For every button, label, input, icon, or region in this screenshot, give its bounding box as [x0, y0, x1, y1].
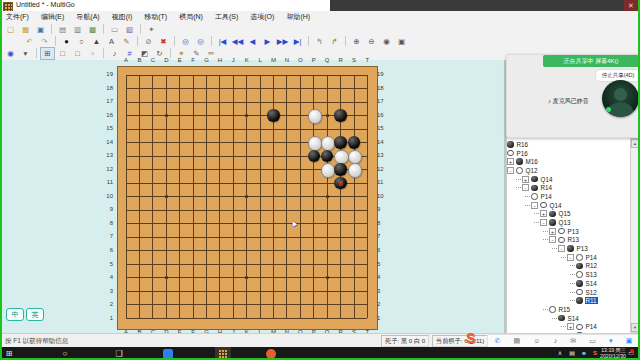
intersection-H6[interactable]	[213, 244, 226, 258]
intersection-H12[interactable]	[213, 163, 226, 177]
emoji-icon[interactable]: ☺	[533, 336, 540, 346]
intersection-E18[interactable]	[173, 82, 186, 96]
intersection-T19[interactable]	[361, 68, 374, 82]
intersection-A16[interactable]	[119, 109, 132, 123]
intersection-S1[interactable]	[347, 312, 360, 326]
intersection-A15[interactable]	[119, 122, 132, 136]
intersection-D17[interactable]	[160, 95, 173, 109]
intersection-L6[interactable]	[253, 244, 266, 258]
tree-node-P13[interactable]: -P13	[507, 244, 629, 253]
intersection-T8[interactable]	[361, 217, 374, 231]
intersection-M19[interactable]	[267, 68, 280, 82]
intersection-Q5[interactable]	[320, 258, 333, 272]
next-variation-icon[interactable]: ↱	[327, 35, 342, 48]
intersection-G12[interactable]	[200, 163, 213, 177]
intersection-D8[interactable]	[160, 217, 173, 231]
intersection-B2[interactable]	[133, 298, 146, 312]
intersection-J3[interactable]	[227, 285, 240, 299]
intersection-F7[interactable]	[186, 230, 199, 244]
intersection-D1[interactable]	[160, 312, 173, 326]
intersection-D14[interactable]	[160, 136, 173, 150]
collapse-icon[interactable]: -	[531, 202, 538, 209]
intersection-Q16[interactable]	[320, 109, 333, 123]
intersection-N11[interactable]	[280, 176, 293, 190]
intersection-J7[interactable]	[227, 230, 240, 244]
more-icon[interactable]: ▾	[609, 336, 613, 346]
intersection-T4[interactable]	[361, 271, 374, 285]
intersection-H15[interactable]	[213, 122, 226, 136]
intersection-C1[interactable]	[146, 312, 159, 326]
intersection-Q2[interactable]	[320, 298, 333, 312]
intersection-T6[interactable]	[361, 244, 374, 258]
menu-item-1[interactable]: 文件(F)	[0, 12, 35, 22]
intersection-G10[interactable]	[200, 190, 213, 204]
intersection-O16[interactable]	[294, 109, 307, 123]
intersection-M2[interactable]	[267, 298, 280, 312]
close-icon[interactable]: ✕	[624, 0, 638, 11]
intersection-T11[interactable]	[361, 176, 374, 190]
menu-item-2[interactable]: 编辑(E)	[35, 12, 70, 22]
intersection-L2[interactable]	[253, 298, 266, 312]
intersection-A18[interactable]	[119, 82, 132, 96]
intersection-E1[interactable]	[173, 312, 186, 326]
intersection-K12[interactable]	[240, 163, 253, 177]
intersection-L14[interactable]	[253, 136, 266, 150]
intersection-F10[interactable]	[186, 190, 199, 204]
intersection-B16[interactable]	[133, 109, 146, 123]
intersection-D5[interactable]	[160, 258, 173, 272]
intersection-B17[interactable]	[133, 95, 146, 109]
intersection-A12[interactable]	[119, 163, 132, 177]
tree-node-Q14[interactable]: +Q14	[507, 175, 629, 184]
intersection-C13[interactable]	[146, 149, 159, 163]
intersection-H10[interactable]	[213, 190, 226, 204]
intersection-D12[interactable]	[160, 163, 173, 177]
intersection-J6[interactable]	[227, 244, 240, 258]
intersection-C19[interactable]	[146, 68, 159, 82]
intersection-F13[interactable]	[186, 149, 199, 163]
intersection-K3[interactable]	[240, 285, 253, 299]
tree-node-P13[interactable]: +P13	[507, 227, 629, 236]
intersection-B15[interactable]	[133, 122, 146, 136]
intersection-C2[interactable]	[146, 298, 159, 312]
intersection-D9[interactable]	[160, 203, 173, 217]
intersection-D19[interactable]	[160, 68, 173, 82]
taskbar-app-meeting[interactable]	[163, 349, 173, 359]
intersection-M14[interactable]	[267, 136, 280, 150]
members-icon[interactable]: ▤	[514, 336, 521, 346]
intersection-Q13[interactable]	[320, 149, 333, 163]
tree-node-R16[interactable]: R16	[507, 140, 629, 149]
intersection-F5[interactable]	[186, 258, 199, 272]
intersection-K15[interactable]	[240, 122, 253, 136]
intersection-O19[interactable]	[294, 68, 307, 82]
intersection-G6[interactable]	[200, 244, 213, 258]
intersection-K16[interactable]	[240, 109, 253, 123]
intersection-F4[interactable]	[186, 271, 199, 285]
intersection-D2[interactable]	[160, 298, 173, 312]
intersection-A5[interactable]	[119, 258, 132, 272]
intersection-S18[interactable]	[347, 82, 360, 96]
intersection-R16[interactable]	[334, 109, 347, 123]
intersection-G13[interactable]	[200, 149, 213, 163]
intersection-G7[interactable]	[200, 230, 213, 244]
intersection-L3[interactable]	[253, 285, 266, 299]
tree-node-P14[interactable]: P14	[507, 192, 629, 201]
intersection-Q19[interactable]	[320, 68, 333, 82]
tree-node-R14[interactable]: -R14	[507, 183, 629, 192]
intersection-K4[interactable]	[240, 271, 253, 285]
intersection-P10[interactable]	[307, 190, 320, 204]
intersection-E16[interactable]	[173, 109, 186, 123]
intersection-J11[interactable]	[227, 176, 240, 190]
intersection-P3[interactable]	[307, 285, 320, 299]
intersection-P7[interactable]	[307, 230, 320, 244]
intersection-L17[interactable]	[253, 95, 266, 109]
intersection-S12[interactable]	[347, 163, 360, 177]
intersection-P12[interactable]	[307, 163, 320, 177]
menu-item-9[interactable]: 帮助(H)	[280, 12, 316, 22]
intersection-K9[interactable]	[240, 203, 253, 217]
intersection-O5[interactable]	[294, 258, 307, 272]
intersection-B4[interactable]	[133, 271, 146, 285]
intersection-B7[interactable]	[133, 230, 146, 244]
intersection-G19[interactable]	[200, 68, 213, 82]
intersection-A14[interactable]	[119, 136, 132, 150]
intersection-P5[interactable]	[307, 258, 320, 272]
intersection-G16[interactable]	[200, 109, 213, 123]
intersection-B12[interactable]	[133, 163, 146, 177]
intersection-H9[interactable]	[213, 203, 226, 217]
intersection-O13[interactable]	[294, 149, 307, 163]
find-move-icon[interactable]: ◉	[379, 35, 394, 48]
intersection-M8[interactable]	[267, 217, 280, 231]
menu-item-8[interactable]: 选项(O)	[244, 12, 280, 22]
intersection-Q10[interactable]	[320, 190, 333, 204]
intersection-S4[interactable]	[347, 271, 360, 285]
intersection-R1[interactable]	[334, 312, 347, 326]
intersection-K13[interactable]	[240, 149, 253, 163]
intersection-H11[interactable]	[213, 176, 226, 190]
intersection-L5[interactable]	[253, 258, 266, 272]
intersection-T18[interactable]	[361, 82, 374, 96]
intersection-O11[interactable]	[294, 176, 307, 190]
intersection-E4[interactable]	[173, 271, 186, 285]
intersection-R6[interactable]	[334, 244, 347, 258]
intersection-L1[interactable]	[253, 312, 266, 326]
intersection-B1[interactable]	[133, 312, 146, 326]
intersection-L4[interactable]	[253, 271, 266, 285]
intersection-M17[interactable]	[267, 95, 280, 109]
intersection-P15[interactable]	[307, 122, 320, 136]
intersection-L9[interactable]	[253, 203, 266, 217]
intersection-L15[interactable]	[253, 122, 266, 136]
intersection-N19[interactable]	[280, 68, 293, 82]
tree-node-P14[interactable]: +P14	[507, 322, 629, 331]
tree-node-R15[interactable]: R15	[507, 305, 629, 314]
intersection-E14[interactable]	[173, 136, 186, 150]
intersection-L19[interactable]	[253, 68, 266, 82]
intersection-J5[interactable]	[227, 258, 240, 272]
intersection-A9[interactable]	[119, 203, 132, 217]
phone-icon[interactable]: ✆	[495, 336, 501, 346]
intersection-J13[interactable]	[227, 149, 240, 163]
intersection-T17[interactable]	[361, 95, 374, 109]
intersection-R9[interactable]	[334, 203, 347, 217]
intersection-Q15[interactable]	[320, 122, 333, 136]
intersection-P16[interactable]	[307, 109, 320, 123]
intersection-E11[interactable]	[173, 176, 186, 190]
intersection-C10[interactable]	[146, 190, 159, 204]
intersection-K11[interactable]	[240, 176, 253, 190]
intersection-M1[interactable]	[267, 312, 280, 326]
intersection-C15[interactable]	[146, 122, 159, 136]
intersection-S14[interactable]	[347, 136, 360, 150]
expand-icon[interactable]: +	[507, 158, 514, 165]
intersection-F14[interactable]	[186, 136, 199, 150]
intersection-H17[interactable]	[213, 95, 226, 109]
intersection-M6[interactable]	[267, 244, 280, 258]
intersection-G3[interactable]	[200, 285, 213, 299]
intersection-P13[interactable]	[307, 149, 320, 163]
intersection-C11[interactable]	[146, 176, 159, 190]
intersection-C9[interactable]	[146, 203, 159, 217]
intersection-T9[interactable]	[361, 203, 374, 217]
intersection-G9[interactable]	[200, 203, 213, 217]
collapse-icon[interactable]: -	[540, 219, 547, 226]
collapse-icon[interactable]: -	[567, 254, 574, 261]
intersection-N10[interactable]	[280, 190, 293, 204]
intersection-J16[interactable]	[227, 109, 240, 123]
intersection-P14[interactable]	[307, 136, 320, 150]
intersection-K1[interactable]	[240, 312, 253, 326]
intersection-C16[interactable]	[146, 109, 159, 123]
intersection-A2[interactable]	[119, 298, 132, 312]
intersection-E8[interactable]	[173, 217, 186, 231]
intersection-A7[interactable]	[119, 230, 132, 244]
intersection-B5[interactable]	[133, 258, 146, 272]
intersection-P19[interactable]	[307, 68, 320, 82]
intersection-S7[interactable]	[347, 230, 360, 244]
intersection-S5[interactable]	[347, 258, 360, 272]
intersection-C4[interactable]	[146, 271, 159, 285]
intersection-O3[interactable]	[294, 285, 307, 299]
intersection-F15[interactable]	[186, 122, 199, 136]
intersection-N5[interactable]	[280, 258, 293, 272]
tree-node-Q12[interactable]: -Q12	[507, 166, 629, 175]
share-icon[interactable]: ▣	[626, 336, 633, 346]
intersection-M12[interactable]	[267, 163, 280, 177]
intersection-C5[interactable]	[146, 258, 159, 272]
intersection-E13[interactable]	[173, 149, 186, 163]
intersection-N15[interactable]	[280, 122, 293, 136]
intersection-Q7[interactable]	[320, 230, 333, 244]
tree-node-Q15[interactable]: +Q15	[507, 210, 629, 219]
intersection-J10[interactable]	[227, 190, 240, 204]
intersection-H8[interactable]	[213, 217, 226, 231]
intersection-N13[interactable]	[280, 149, 293, 163]
intersection-N14[interactable]	[280, 136, 293, 150]
intersection-S11[interactable]	[347, 176, 360, 190]
intersection-O17[interactable]	[294, 95, 307, 109]
intersection-A4[interactable]	[119, 271, 132, 285]
tree-node-P14[interactable]: -P14	[507, 253, 629, 262]
intersection-G15[interactable]	[200, 122, 213, 136]
intersection-G17[interactable]	[200, 95, 213, 109]
intersection-J2[interactable]	[227, 298, 240, 312]
tree-node-S14[interactable]: S14	[507, 314, 629, 323]
intersection-N1[interactable]	[280, 312, 293, 326]
intersection-P8[interactable]	[307, 217, 320, 231]
intersection-Q14[interactable]	[320, 136, 333, 150]
intersection-P2[interactable]	[307, 298, 320, 312]
intersection-Q9[interactable]	[320, 203, 333, 217]
intersection-Q6[interactable]	[320, 244, 333, 258]
sogou-ime-icon[interactable]: S	[466, 330, 475, 346]
intersection-A11[interactable]	[119, 176, 132, 190]
intersection-J4[interactable]	[227, 271, 240, 285]
intersection-T2[interactable]	[361, 298, 374, 312]
menu-item-5[interactable]: 移动(T)	[138, 12, 173, 22]
intersection-N18[interactable]	[280, 82, 293, 96]
intersection-O1[interactable]	[294, 312, 307, 326]
intersection-C17[interactable]	[146, 95, 159, 109]
intersection-O18[interactable]	[294, 82, 307, 96]
board-19x19-icon[interactable]: ⊞	[40, 47, 55, 60]
intersection-G4[interactable]	[200, 271, 213, 285]
intersection-E9[interactable]	[173, 203, 186, 217]
back-10-icon[interactable]: ◀◀	[230, 35, 245, 48]
intersection-K5[interactable]	[240, 258, 253, 272]
intersection-N17[interactable]	[280, 95, 293, 109]
intersection-D11[interactable]	[160, 176, 173, 190]
intersection-K14[interactable]	[240, 136, 253, 150]
intersection-A1[interactable]	[119, 312, 132, 326]
intersection-R15[interactable]	[334, 122, 347, 136]
intersection-E12[interactable]	[173, 163, 186, 177]
expand-icon[interactable]: +	[567, 323, 574, 330]
intersection-R18[interactable]	[334, 82, 347, 96]
board-13x13-icon[interactable]: □	[55, 47, 70, 60]
intersection-H13[interactable]	[213, 149, 226, 163]
intersection-R13[interactable]	[334, 149, 347, 163]
intersection-C6[interactable]	[146, 244, 159, 258]
intersection-A13[interactable]	[119, 149, 132, 163]
intersection-M5[interactable]	[267, 258, 280, 272]
intersection-S10[interactable]	[347, 190, 360, 204]
intersection-J19[interactable]	[227, 68, 240, 82]
intersection-O6[interactable]	[294, 244, 307, 258]
intersection-T12[interactable]	[361, 163, 374, 177]
intersection-J9[interactable]	[227, 203, 240, 217]
intersection-J12[interactable]	[227, 163, 240, 177]
intersection-D3[interactable]	[160, 285, 173, 299]
intersection-R4[interactable]	[334, 271, 347, 285]
intersection-K6[interactable]	[240, 244, 253, 258]
intersection-S19[interactable]	[347, 68, 360, 82]
intersection-G18[interactable]	[200, 82, 213, 96]
intersection-M18[interactable]	[267, 82, 280, 96]
intersection-B8[interactable]	[133, 217, 146, 231]
intersection-G8[interactable]	[200, 217, 213, 231]
intersection-M15[interactable]	[267, 122, 280, 136]
intersection-D13[interactable]	[160, 149, 173, 163]
intersection-D6[interactable]	[160, 244, 173, 258]
intersection-N2[interactable]	[280, 298, 293, 312]
intersection-O12[interactable]	[294, 163, 307, 177]
intersection-T7[interactable]	[361, 230, 374, 244]
prev-variation-icon[interactable]: ↰	[312, 35, 327, 48]
intersection-B13[interactable]	[133, 149, 146, 163]
taskbar-app-multigo[interactable]	[218, 349, 228, 359]
intersection-G5[interactable]	[200, 258, 213, 272]
intersection-Q3[interactable]	[320, 285, 333, 299]
intersection-J8[interactable]	[227, 217, 240, 231]
intersection-K8[interactable]	[240, 217, 253, 231]
intersection-S13[interactable]	[347, 149, 360, 163]
intersection-C7[interactable]	[146, 230, 159, 244]
intersection-B9[interactable]	[133, 203, 146, 217]
intersection-A8[interactable]	[119, 217, 132, 231]
intersection-H2[interactable]	[213, 298, 226, 312]
ime-pill-1[interactable]: 中	[6, 308, 24, 321]
tree-node-S12[interactable]: S12	[507, 288, 629, 297]
intersection-R12[interactable]	[334, 163, 347, 177]
intersection-K19[interactable]	[240, 68, 253, 82]
intersection-N4[interactable]	[280, 271, 293, 285]
intersection-E10[interactable]	[173, 190, 186, 204]
intersection-D7[interactable]	[160, 230, 173, 244]
intersection-N9[interactable]	[280, 203, 293, 217]
intersection-B3[interactable]	[133, 285, 146, 299]
background-window-titlebar[interactable]: 腾讯会议 — ▢	[330, 0, 640, 11]
intersection-H16[interactable]	[213, 109, 226, 123]
intersection-C12[interactable]	[146, 163, 159, 177]
intersection-T16[interactable]	[361, 109, 374, 123]
taskbar-app-orange[interactable]	[266, 349, 276, 359]
chat-icon[interactable]: ✉	[570, 336, 576, 346]
intersection-A6[interactable]	[119, 244, 132, 258]
intersection-H4[interactable]	[213, 271, 226, 285]
tree-node-R12[interactable]: R12	[507, 262, 629, 271]
intersection-E17[interactable]	[173, 95, 186, 109]
intersection-H7[interactable]	[213, 230, 226, 244]
go-to-end-icon[interactable]: ▶|	[290, 35, 305, 48]
intersection-C18[interactable]	[146, 82, 159, 96]
collapse-icon[interactable]: -	[522, 184, 529, 191]
intersection-O14[interactable]	[294, 136, 307, 150]
intersection-L7[interactable]	[253, 230, 266, 244]
intersection-N16[interactable]	[280, 109, 293, 123]
intersection-N12[interactable]	[280, 163, 293, 177]
intersection-A3[interactable]	[119, 285, 132, 299]
intersection-G14[interactable]	[200, 136, 213, 150]
intersection-F3[interactable]	[186, 285, 199, 299]
intersection-C14[interactable]	[146, 136, 159, 150]
intersection-A17[interactable]	[119, 95, 132, 109]
intersection-M3[interactable]	[267, 285, 280, 299]
intersection-H19[interactable]	[213, 68, 226, 82]
intersection-F17[interactable]	[186, 95, 199, 109]
intersection-F8[interactable]	[186, 217, 199, 231]
intersection-R8[interactable]	[334, 217, 347, 231]
intersection-H14[interactable]	[213, 136, 226, 150]
intersection-E3[interactable]	[173, 285, 186, 299]
tree-node-S14[interactable]: S14	[507, 279, 629, 288]
intersection-S9[interactable]	[347, 203, 360, 217]
intersection-E2[interactable]	[173, 298, 186, 312]
intersection-B18[interactable]	[133, 82, 146, 96]
